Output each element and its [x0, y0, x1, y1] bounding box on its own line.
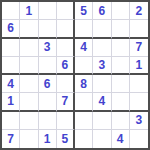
- cell-r4c6-given[interactable]: 3: [93, 57, 111, 75]
- cell-r3c8-given[interactable]: 7: [130, 39, 148, 57]
- cell-r5c3-given[interactable]: 6: [39, 75, 57, 93]
- cell-r5c8[interactable]: [130, 75, 148, 93]
- cell-r2c1-given[interactable]: 6: [2, 20, 20, 38]
- cell-r1c2-given[interactable]: 1: [20, 2, 38, 20]
- cell-r5c7[interactable]: [112, 75, 130, 93]
- cell-r6c1-given[interactable]: 1: [2, 93, 20, 111]
- cell-r2c2[interactable]: [20, 20, 38, 38]
- cell-r8c6[interactable]: [93, 130, 111, 148]
- cell-r2c4[interactable]: [57, 20, 75, 38]
- sudoku-board: 1562634763146817437154: [0, 0, 150, 150]
- cell-r8c3-given[interactable]: 1: [39, 130, 57, 148]
- cell-r8c4-given[interactable]: 5: [57, 130, 75, 148]
- cell-r6c4-given[interactable]: 7: [57, 93, 75, 111]
- cell-r8c5[interactable]: [75, 130, 93, 148]
- cell-r6c8[interactable]: [130, 93, 148, 111]
- cell-r4c2[interactable]: [20, 57, 38, 75]
- cell-r5c4[interactable]: [57, 75, 75, 93]
- cell-r4c5[interactable]: [75, 57, 93, 75]
- cell-r4c3[interactable]: [39, 57, 57, 75]
- cell-r7c1[interactable]: [2, 112, 20, 130]
- cell-r2c7[interactable]: [112, 20, 130, 38]
- cell-r7c5[interactable]: [75, 112, 93, 130]
- cell-r1c5-given[interactable]: 5: [75, 2, 93, 20]
- cell-r5c5-given[interactable]: 8: [75, 75, 93, 93]
- cell-r3c4[interactable]: [57, 39, 75, 57]
- cell-r8c1-given[interactable]: 7: [2, 130, 20, 148]
- cell-r2c3[interactable]: [39, 20, 57, 38]
- cell-r2c8[interactable]: [130, 20, 148, 38]
- cell-r4c4-given[interactable]: 6: [57, 57, 75, 75]
- cell-r3c6[interactable]: [93, 39, 111, 57]
- cell-r7c6[interactable]: [93, 112, 111, 130]
- cell-r4c1[interactable]: [2, 57, 20, 75]
- cell-r7c8-given[interactable]: 3: [130, 112, 148, 130]
- cell-r2c5[interactable]: [75, 20, 93, 38]
- cell-r1c8-given[interactable]: 2: [130, 2, 148, 20]
- cell-r3c1[interactable]: [2, 39, 20, 57]
- cell-r1c3[interactable]: [39, 2, 57, 20]
- cell-r5c2[interactable]: [20, 75, 38, 93]
- cell-r7c2[interactable]: [20, 112, 38, 130]
- cell-r6c5[interactable]: [75, 93, 93, 111]
- cell-r1c1[interactable]: [2, 2, 20, 20]
- cell-r4c7[interactable]: [112, 57, 130, 75]
- cell-r1c4[interactable]: [57, 2, 75, 20]
- cell-r8c2[interactable]: [20, 130, 38, 148]
- cell-r7c4[interactable]: [57, 112, 75, 130]
- cell-r8c7-given[interactable]: 4: [112, 130, 130, 148]
- cell-r6c6-given[interactable]: 4: [93, 93, 111, 111]
- cell-r2c6[interactable]: [93, 20, 111, 38]
- cell-r7c3[interactable]: [39, 112, 57, 130]
- cell-r3c2[interactable]: [20, 39, 38, 57]
- cell-r6c2[interactable]: [20, 93, 38, 111]
- cell-r3c5-given[interactable]: 4: [75, 39, 93, 57]
- cell-r5c6[interactable]: [93, 75, 111, 93]
- cell-r1c6-given[interactable]: 6: [93, 2, 111, 20]
- cell-r3c7[interactable]: [112, 39, 130, 57]
- cell-r5c1-given[interactable]: 4: [2, 75, 20, 93]
- cell-r8c8[interactable]: [130, 130, 148, 148]
- cell-r1c7[interactable]: [112, 2, 130, 20]
- cell-r6c3[interactable]: [39, 93, 57, 111]
- cell-r3c3-given[interactable]: 3: [39, 39, 57, 57]
- cell-r4c8-given[interactable]: 1: [130, 57, 148, 75]
- cell-r7c7[interactable]: [112, 112, 130, 130]
- cell-r6c7[interactable]: [112, 93, 130, 111]
